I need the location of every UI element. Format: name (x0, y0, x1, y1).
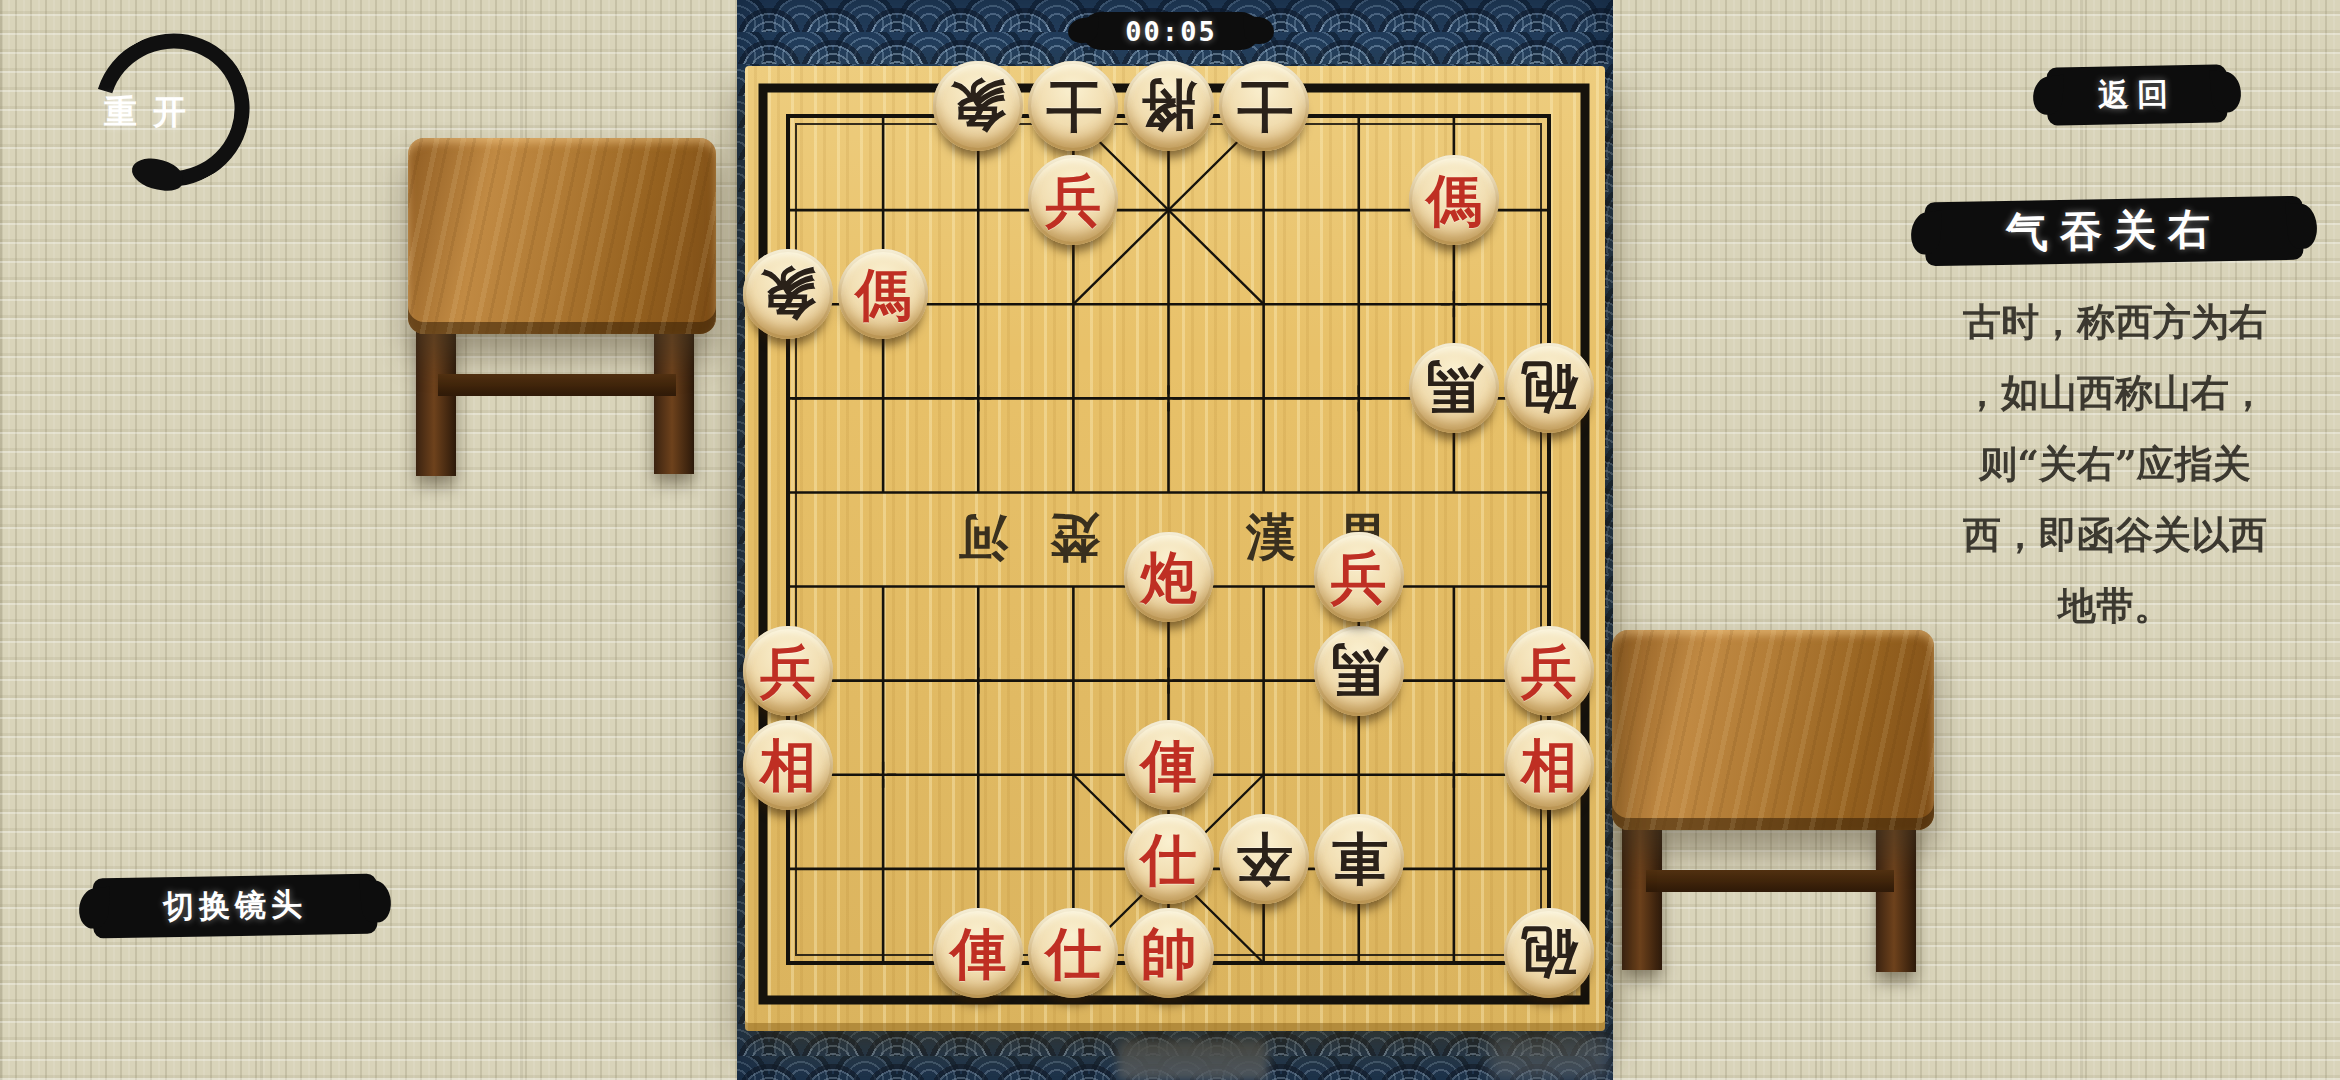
piece-character: 馬 (1426, 360, 1482, 416)
red-piece-俥[interactable]: 俥 (933, 908, 1023, 998)
scenario-text-line: 西，即函谷关以西 (1893, 499, 2337, 570)
black-piece-砲[interactable]: 砲 (1504, 908, 1594, 998)
red-piece-兵[interactable]: 兵 (743, 626, 833, 716)
black-piece-馬[interactable]: 馬 (1409, 343, 1499, 433)
scenario-description: 古时，称西方为右，如山西称山右，则“关右”应指关西，即函谷关以西地带。 (1893, 286, 2337, 641)
stool-rail (1646, 870, 1894, 892)
switch-camera-label: 切换镜头 (163, 884, 308, 929)
timer-value: 00:05 (1125, 16, 1216, 47)
red-piece-仕[interactable]: 仕 (1028, 908, 1118, 998)
stool-seat (1612, 630, 1934, 830)
piece-character: 仕 (1045, 925, 1101, 981)
back-label: 返回 (2098, 73, 2177, 116)
piece-character: 炮 (1141, 549, 1197, 605)
game-timer: 00:05 (1082, 12, 1260, 50)
scenario-title-banner: 气吞关右 (1924, 196, 2303, 267)
black-piece-砲[interactable]: 砲 (1504, 343, 1594, 433)
red-piece-俥[interactable]: 俥 (1124, 720, 1214, 810)
piece-character: 將 (1141, 78, 1197, 134)
red-piece-兵[interactable]: 兵 (1504, 626, 1594, 716)
piece-character: 馬 (1331, 643, 1387, 699)
piece-character: 象 (760, 266, 816, 322)
piece-character: 傌 (1426, 172, 1482, 228)
red-piece-傌[interactable]: 傌 (838, 249, 928, 339)
red-piece-相[interactable]: 相 (743, 720, 833, 810)
black-piece-象[interactable]: 象 (743, 249, 833, 339)
stool-rail (438, 374, 676, 396)
red-piece-兵[interactable]: 兵 (1314, 532, 1404, 622)
piece-character: 象 (950, 78, 1006, 134)
cloth-shadow (1118, 1040, 1268, 1080)
piece-character: 俥 (950, 925, 1006, 981)
red-piece-相[interactable]: 相 (1504, 720, 1594, 810)
piece-character: 兵 (760, 643, 816, 699)
piece-character: 砲 (1521, 925, 1577, 981)
scenario-text-line: ，如山西称山右， (1893, 357, 2337, 428)
black-piece-馬[interactable]: 馬 (1314, 626, 1404, 716)
piece-character: 仕 (1141, 831, 1197, 887)
piece-character: 士 (1045, 78, 1101, 134)
switch-camera-button[interactable]: 切换镜头 (92, 874, 377, 939)
red-piece-帥[interactable]: 帥 (1124, 908, 1214, 998)
piece-character: 俥 (1141, 737, 1197, 793)
scenario-text-line: 地带。 (1893, 570, 2337, 641)
piece-character: 相 (1521, 737, 1577, 793)
piece-character: 兵 (1331, 549, 1387, 605)
red-piece-兵[interactable]: 兵 (1028, 155, 1118, 245)
stool-leg (654, 324, 694, 474)
piece-character: 車 (1331, 831, 1387, 887)
black-piece-士[interactable]: 士 (1219, 61, 1309, 151)
back-button[interactable]: 返回 (2047, 64, 2228, 125)
piece-layer: 象士將士象馬砲馬卒車砲兵傌傌炮兵兵兵相俥相仕俥仕帥 (745, 66, 1605, 1031)
piece-character: 帥 (1141, 925, 1197, 981)
wooden-stool-left (408, 138, 716, 468)
stool-leg (1622, 820, 1662, 970)
red-piece-炮[interactable]: 炮 (1124, 532, 1214, 622)
scenario-title: 气吞关右 (2006, 201, 2223, 261)
wooden-stool-right (1612, 630, 1934, 960)
black-piece-卒[interactable]: 卒 (1219, 814, 1309, 904)
piece-character: 卒 (1236, 831, 1292, 887)
game-screen: 楚河 漢界 象士將士象馬砲馬卒車砲兵傌傌炮兵兵兵相俥相仕俥仕帥 00:05 重开… (0, 0, 2340, 1080)
piece-character: 砲 (1521, 360, 1577, 416)
red-piece-傌[interactable]: 傌 (1409, 155, 1499, 245)
stool-leg (1876, 820, 1916, 972)
restart-label: 重开 (82, 90, 224, 135)
stool-shadow (1490, 1036, 1610, 1080)
red-piece-仕[interactable]: 仕 (1124, 814, 1214, 904)
xiangqi-board[interactable]: 楚河 漢界 象士將士象馬砲馬卒車砲兵傌傌炮兵兵兵相俥相仕俥仕帥 (745, 66, 1605, 1031)
piece-character: 士 (1236, 78, 1292, 134)
black-piece-象[interactable]: 象 (933, 61, 1023, 151)
stool-leg (416, 324, 456, 476)
piece-character: 傌 (855, 266, 911, 322)
piece-character: 兵 (1521, 643, 1577, 699)
restart-button[interactable]: 重开 (94, 34, 250, 186)
piece-character: 相 (760, 737, 816, 793)
black-piece-士[interactable]: 士 (1028, 61, 1118, 151)
black-piece-車[interactable]: 車 (1314, 814, 1404, 904)
stool-seat (408, 138, 716, 334)
black-piece-將[interactable]: 將 (1124, 61, 1214, 151)
scenario-text-line: 古时，称西方为右 (1893, 286, 2337, 357)
piece-character: 兵 (1045, 172, 1101, 228)
scenario-text-line: 则“关右”应指关 (1893, 428, 2337, 499)
